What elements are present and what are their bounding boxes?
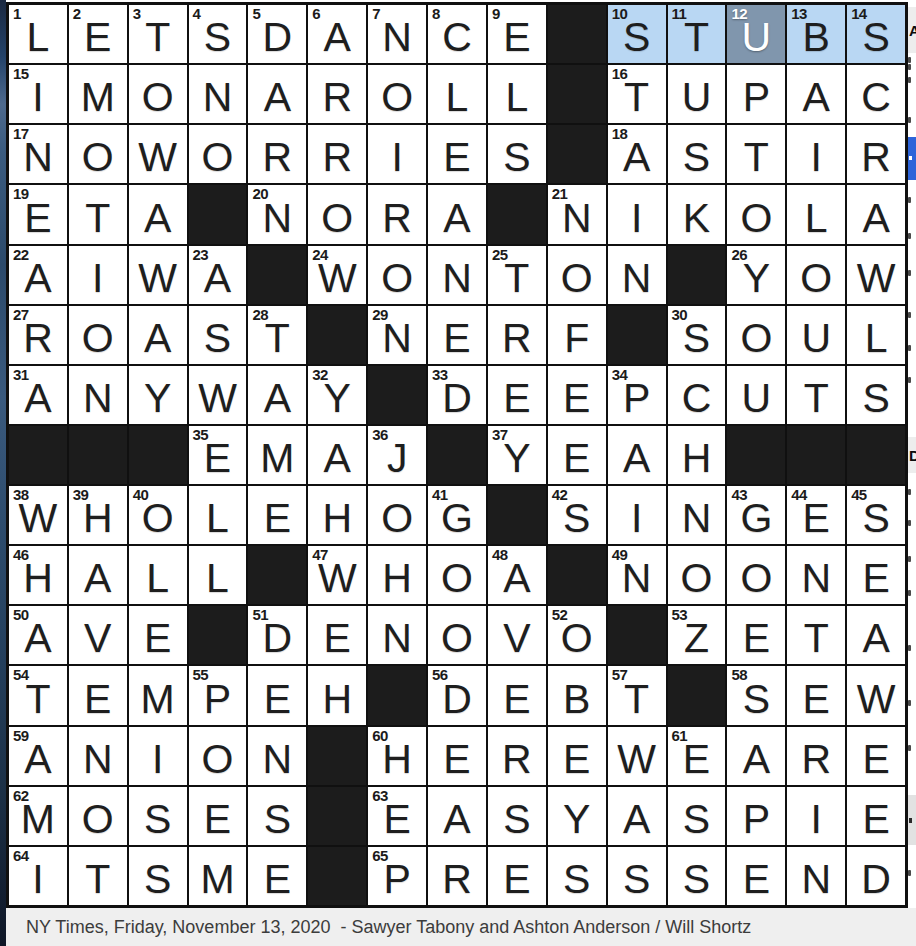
grid-cell-r4c2[interactable]: T	[69, 185, 127, 243]
grid-cell-r8c6[interactable]: A	[308, 426, 366, 484]
grid-cell-r2c4[interactable]: N	[189, 65, 247, 123]
grid-cell-r1c4[interactable]: 4S	[189, 5, 247, 63]
black-cell	[9, 426, 67, 484]
cell-letter: Y	[743, 258, 770, 304]
grid-cell-r2c3[interactable]: O	[129, 65, 187, 123]
grid-cell-r3c13[interactable]: T	[727, 125, 785, 183]
cell-number: 32	[312, 366, 328, 384]
grid-cell-r5c2[interactable]: I	[69, 246, 127, 304]
cell-letter: H	[23, 558, 53, 604]
cell-letter: M	[81, 77, 115, 123]
grid-cell-r13c4[interactable]: O	[189, 727, 247, 785]
grid-cell-r13c15[interactable]: E	[847, 727, 905, 785]
cell-letter: L	[865, 318, 888, 364]
grid-cell-r2c5[interactable]: A	[248, 65, 306, 123]
grid-cell-r10c12[interactable]: O	[668, 546, 726, 604]
grid-cell-r14c14[interactable]: I	[787, 787, 845, 845]
cell-letter: E	[503, 378, 530, 424]
grid-cell-r13c14[interactable]: R	[787, 727, 845, 785]
grid-cell-r14c10[interactable]: Y	[548, 787, 606, 845]
grid-cell-r12c8[interactable]: 56D	[428, 666, 486, 724]
grid-cell-r8c10[interactable]: E	[548, 426, 606, 484]
grid-cell-r2c1[interactable]: 15I	[9, 65, 67, 123]
cell-letter: N	[622, 558, 652, 604]
cell-number: 31	[13, 366, 29, 384]
grid-cell-r10c15[interactable]: E	[847, 546, 905, 604]
grid-cell-r6c7[interactable]: 29N	[368, 306, 426, 364]
grid-cell-r9c2[interactable]: 39H	[69, 486, 127, 544]
cell-number: 27	[13, 306, 29, 324]
grid-cell-r2c8[interactable]: L	[428, 65, 486, 123]
grid-cell-r14c7[interactable]: 63E	[368, 787, 426, 845]
grid-cell-r1c15[interactable]: 14S	[847, 5, 905, 63]
grid-cell-r7c12[interactable]: C	[668, 366, 726, 424]
cell-number: 41	[432, 486, 448, 504]
grid-cell-r1c14[interactable]: 13B	[787, 5, 845, 63]
grid-cell-r12c9[interactable]: E	[488, 666, 546, 724]
grid-cell-r4c14[interactable]: L	[787, 185, 845, 243]
grid-cell-r15c4[interactable]: M	[189, 847, 247, 905]
grid-cell-r14c13[interactable]: P	[727, 787, 785, 845]
grid-cell-r3c5[interactable]: R	[248, 125, 306, 183]
cell-letter: Y	[563, 799, 590, 845]
grid-cell-r12c4[interactable]: 55P	[189, 666, 247, 724]
grid-cell-r14c1[interactable]: 62M	[9, 787, 67, 845]
grid-cell-r7c3[interactable]: Y	[129, 366, 187, 424]
grid-cell-r9c6[interactable]: H	[308, 486, 366, 544]
grid-cell-r15c14[interactable]: N	[787, 847, 845, 905]
cell-letter: T	[804, 618, 829, 664]
grid-cell-r6c12[interactable]: 30S	[668, 306, 726, 364]
grid-cell-r5c14[interactable]: O	[787, 246, 845, 304]
grid-cell-r6c14[interactable]: U	[787, 306, 845, 364]
grid-cell-r10c9[interactable]: 48A	[488, 546, 546, 604]
cell-number: 48	[492, 546, 508, 564]
black-cell	[668, 666, 726, 724]
grid-cell-r10c3[interactable]: L	[129, 546, 187, 604]
cell-letter: N	[801, 859, 831, 905]
cell-number: 13	[791, 5, 807, 23]
grid-cell-r9c14[interactable]: 44E	[787, 486, 845, 544]
cell-letter: L	[206, 558, 229, 604]
grid-cell-r5c10[interactable]: O	[548, 246, 606, 304]
grid-cell-r5c3[interactable]: W	[129, 246, 187, 304]
grid-cell-r9c11[interactable]: I	[608, 486, 666, 544]
grid-cell-r3c8[interactable]: E	[428, 125, 486, 183]
cell-letter: S	[204, 17, 231, 63]
cell-number: 10	[612, 5, 628, 23]
grid-cell-r10c11[interactable]: 49N	[608, 546, 666, 604]
grid-cell-r1c7[interactable]: 7N	[368, 5, 426, 63]
grid-cell-r11c5[interactable]: 51D	[248, 606, 306, 664]
grid-cell-r2c15[interactable]: C	[847, 65, 905, 123]
grid-cell-r15c7[interactable]: 65P	[368, 847, 426, 905]
grid-cell-r6c4[interactable]: S	[189, 306, 247, 364]
grid-cell-r15c3[interactable]: S	[129, 847, 187, 905]
black-cell	[608, 306, 666, 364]
grid-cell-r4c10[interactable]: 21N	[548, 185, 606, 243]
cell-letter: K	[683, 198, 710, 244]
cell-letter: E	[862, 739, 889, 785]
cell-letter: E	[144, 618, 171, 664]
grid-cell-r3c7[interactable]: I	[368, 125, 426, 183]
grid-cell-r11c10[interactable]: 52O	[548, 606, 606, 664]
cell-letter: D	[442, 679, 472, 725]
grid-cell-r13c8[interactable]: E	[428, 727, 486, 785]
cell-number: 60	[372, 727, 388, 745]
cell-letter: A	[623, 137, 650, 183]
grid-cell-r14c8[interactable]: A	[428, 787, 486, 845]
grid-cell-r10c7[interactable]: H	[368, 546, 426, 604]
grid-cell-r11c6[interactable]: E	[308, 606, 366, 664]
grid-cell-r10c13[interactable]: O	[727, 546, 785, 604]
grid-cell-r5c13[interactable]: 26Y	[727, 246, 785, 304]
grid-cell-r1c2[interactable]: 2E	[69, 5, 127, 63]
grid-cell-r13c10[interactable]: E	[548, 727, 606, 785]
clue-number-fragment	[908, 64, 911, 70]
clue-number-fragment	[908, 77, 911, 83]
cell-letter: A	[803, 77, 830, 123]
grid-cell-r1c3[interactable]: 3T	[129, 5, 187, 63]
grid-cell-r4c3[interactable]: A	[129, 185, 187, 243]
grid-cell-r6c2[interactable]: O	[69, 306, 127, 364]
grid-cell-r4c11[interactable]: I	[608, 185, 666, 243]
grid-cell-r2c9[interactable]: L	[488, 65, 546, 123]
grid-cell-r4c12[interactable]: K	[668, 185, 726, 243]
grid-cell-r13c7[interactable]: 60H	[368, 727, 426, 785]
grid-cell-r3c2[interactable]: O	[69, 125, 127, 183]
grid-cell-r8c12[interactable]: H	[668, 426, 726, 484]
grid-cell-r13c1[interactable]: 59A	[9, 727, 67, 785]
grid-cell-r1c6[interactable]: 6A	[308, 5, 366, 63]
grid-cell-r14c11[interactable]: A	[608, 787, 666, 845]
grid-cell-r12c6[interactable]: H	[308, 666, 366, 724]
grid-cell-r10c2[interactable]: A	[69, 546, 127, 604]
grid-cell-r2c2[interactable]: M	[69, 65, 127, 123]
grid-cell-r7c1[interactable]: 31A	[9, 366, 67, 424]
down-header: D	[908, 437, 916, 473]
grid-cell-r5c11[interactable]: N	[608, 246, 666, 304]
grid-cell-r7c14[interactable]: T	[787, 366, 845, 424]
grid-cell-r15c9[interactable]: E	[488, 847, 546, 905]
black-cell	[548, 65, 606, 123]
grid-cell-r2c14[interactable]: A	[787, 65, 845, 123]
grid-cell-r12c1[interactable]: 54T	[9, 666, 67, 724]
grid-cell-r1c11[interactable]: 10S	[608, 5, 666, 63]
grid-cell-r12c14[interactable]: E	[787, 666, 845, 724]
cell-letter: M	[21, 799, 55, 845]
puzzle-caption-text: NY Times, Friday, November 13, 2020 - Sa…	[26, 917, 751, 938]
grid-cell-r3c1[interactable]: 17N	[9, 125, 67, 183]
grid-cell-r9c3[interactable]: 40O	[129, 486, 187, 544]
grid-cell-r8c4[interactable]: 35E	[189, 426, 247, 484]
cell-letter: N	[622, 258, 652, 304]
cell-number: 22	[13, 246, 29, 264]
grid-cell-r3c12[interactable]: S	[668, 125, 726, 183]
cell-letter: O	[561, 258, 593, 304]
grid-cell-r6c13[interactable]: O	[727, 306, 785, 364]
cell-letter: A	[862, 618, 889, 664]
grid-cell-r15c2[interactable]: T	[69, 847, 127, 905]
cell-number: 64	[13, 847, 29, 865]
cell-letter: O	[740, 558, 772, 604]
crossword-grid[interactable]: 1L2E3T4S5D6A7N8C9E10S11T12U13B14S15IMONA…	[6, 2, 908, 908]
grid-cell-r3c11[interactable]: 18A	[608, 125, 666, 183]
black-cell	[548, 125, 606, 183]
cell-letter: N	[382, 17, 412, 63]
grid-cell-r3c9[interactable]: S	[488, 125, 546, 183]
grid-cell-r3c15[interactable]: R	[847, 125, 905, 183]
grid-cell-r4c6[interactable]: O	[308, 185, 366, 243]
grid-cell-r2c13[interactable]: P	[727, 65, 785, 123]
cell-letter: T	[624, 679, 649, 725]
cell-letter: R	[382, 198, 412, 244]
cell-letter: O	[202, 739, 234, 785]
grid-cell-r12c5[interactable]: E	[248, 666, 306, 724]
cell-letter: N	[382, 618, 412, 664]
grid-cell-r5c4[interactable]: 23A	[189, 246, 247, 304]
grid-cell-r5c6[interactable]: 24W	[308, 246, 366, 304]
grid-cell-r12c3[interactable]: M	[129, 666, 187, 724]
grid-cell-r2c11[interactable]: 16T	[608, 65, 666, 123]
grid-cell-r1c13[interactable]: 12U	[727, 5, 785, 63]
grid-cell-r11c13[interactable]: E	[727, 606, 785, 664]
grid-cell-r10c1[interactable]: 46H	[9, 546, 67, 604]
grid-cell-r11c15[interactable]: A	[847, 606, 905, 664]
grid-cell-r1c8[interactable]: 8C	[428, 5, 486, 63]
grid-cell-r13c2[interactable]: N	[69, 727, 127, 785]
black-cell	[308, 727, 366, 785]
highlighted-clue-row[interactable]	[908, 795, 916, 845]
grid-cell-r14c15[interactable]: E	[847, 787, 905, 845]
cell-number: 1	[13, 5, 21, 23]
cell-letter: S	[683, 799, 710, 845]
grid-cell-r9c7[interactable]: O	[368, 486, 426, 544]
grid-cell-r6c5[interactable]: 28T	[248, 306, 306, 364]
grid-cell-r3c4[interactable]: O	[189, 125, 247, 183]
grid-cell-r10c8[interactable]: O	[428, 546, 486, 604]
grid-cell-r10c4[interactable]: L	[189, 546, 247, 604]
black-cell	[248, 246, 306, 304]
cell-number: 59	[13, 727, 29, 745]
grid-cell-r13c11[interactable]: W	[608, 727, 666, 785]
cell-letter: O	[681, 558, 713, 604]
grid-cell-r5c1[interactable]: 22A	[9, 246, 67, 304]
cell-letter: I	[92, 258, 103, 304]
grid-cell-r13c3[interactable]: I	[129, 727, 187, 785]
selected-clue-bar[interactable]	[908, 137, 916, 180]
grid-cell-r1c12[interactable]: 11T	[668, 5, 726, 63]
grid-cell-r6c1[interactable]: 27R	[9, 306, 67, 364]
grid-cell-r11c8[interactable]: O	[428, 606, 486, 664]
cell-letter: O	[381, 258, 413, 304]
grid-cell-r5c9[interactable]: 25T	[488, 246, 546, 304]
cell-letter: S	[204, 318, 231, 364]
grid-cell-r11c12[interactable]: 53Z	[668, 606, 726, 664]
grid-cell-r12c13[interactable]: 58S	[727, 666, 785, 724]
black-cell	[368, 666, 426, 724]
grid-cell-r11c1[interactable]: 50A	[9, 606, 67, 664]
cell-letter: N	[382, 318, 412, 364]
grid-cell-r15c13[interactable]: E	[727, 847, 785, 905]
cell-letter: O	[82, 137, 114, 183]
grid-cell-r2c6[interactable]: R	[308, 65, 366, 123]
grid-cell-r15c10[interactable]: S	[548, 847, 606, 905]
cell-letter: T	[25, 679, 50, 725]
grid-cell-r13c5[interactable]: N	[248, 727, 306, 785]
grid-cell-r8c7[interactable]: 36J	[368, 426, 426, 484]
grid-cell-r7c5[interactable]: A	[248, 366, 306, 424]
cell-letter: E	[503, 859, 530, 905]
cell-letter: H	[322, 498, 352, 544]
grid-cell-r15c11[interactable]: S	[608, 847, 666, 905]
grid-cell-r4c5[interactable]: 20N	[248, 185, 306, 243]
grid-cell-r8c11[interactable]: A	[608, 426, 666, 484]
grid-cell-r9c15[interactable]: 45S	[847, 486, 905, 544]
cell-letter: E	[443, 318, 470, 364]
grid-cell-r13c12[interactable]: 61E	[668, 727, 726, 785]
grid-cell-r4c7[interactable]: R	[368, 185, 426, 243]
cell-letter: I	[32, 77, 43, 123]
grid-cell-r13c13[interactable]: A	[727, 727, 785, 785]
grid-cell-r9c4[interactable]: L	[189, 486, 247, 544]
grid-cell-r4c1[interactable]: 19E	[9, 185, 67, 243]
cell-letter: A	[24, 739, 51, 785]
grid-cell-r6c15[interactable]: L	[847, 306, 905, 364]
cell-letter: C	[682, 378, 712, 424]
grid-cell-r10c6[interactable]: 47W	[308, 546, 366, 604]
grid-cell-r4c15[interactable]: A	[847, 185, 905, 243]
cell-letter: C	[861, 77, 891, 123]
cell-letter: O	[202, 137, 234, 183]
cell-number: 25	[492, 246, 508, 264]
clue-list-sliver[interactable]: AD	[908, 0, 916, 908]
clue-number-fragment	[908, 489, 911, 495]
cell-letter: A	[503, 558, 530, 604]
grid-cell-r7c9[interactable]: E	[488, 366, 546, 424]
grid-cell-r9c13[interactable]: 43G	[727, 486, 785, 544]
grid-cell-r4c13[interactable]: O	[727, 185, 785, 243]
cell-number: 19	[13, 185, 29, 203]
grid-cell-r7c10[interactable]: E	[548, 366, 606, 424]
cell-number: 52	[552, 606, 568, 624]
grid-cell-r11c7[interactable]: N	[368, 606, 426, 664]
clue-number-fragment	[908, 270, 911, 276]
grid-cell-r8c9[interactable]: 37Y	[488, 426, 546, 484]
grid-cell-r5c15[interactable]: W	[847, 246, 905, 304]
grid-cell-r7c11[interactable]: 34P	[608, 366, 666, 424]
cell-letter: P	[743, 799, 770, 845]
cell-letter: O	[800, 258, 832, 304]
cell-letter: D	[442, 378, 472, 424]
grid-cell-r13c9[interactable]: R	[488, 727, 546, 785]
cell-letter: O	[441, 618, 473, 664]
grid-cell-r6c9[interactable]: R	[488, 306, 546, 364]
cell-letter: A	[862, 198, 889, 244]
grid-cell-r6c8[interactable]: E	[428, 306, 486, 364]
grid-cell-r14c2[interactable]: O	[69, 787, 127, 845]
grid-cell-r10c14[interactable]: N	[787, 546, 845, 604]
grid-cell-r14c12[interactable]: S	[668, 787, 726, 845]
grid-cell-r7c13[interactable]: U	[727, 366, 785, 424]
grid-cell-r3c6[interactable]: R	[308, 125, 366, 183]
grid-cell-r1c5[interactable]: 5D	[248, 5, 306, 63]
grid-cell-r7c4[interactable]: W	[189, 366, 247, 424]
cell-letter: S	[563, 859, 590, 905]
grid-cell-r15c5[interactable]: E	[248, 847, 306, 905]
black-cell	[308, 787, 366, 845]
cell-letter: S	[862, 498, 889, 544]
grid-cell-r1c9[interactable]: 9E	[488, 5, 546, 63]
grid-cell-r6c3[interactable]: A	[129, 306, 187, 364]
clue-number-fragment	[908, 117, 911, 123]
grid-cell-r14c9[interactable]: S	[488, 787, 546, 845]
grid-cell-r11c3[interactable]: E	[129, 606, 187, 664]
grid-cell-r12c10[interactable]: B	[548, 666, 606, 724]
grid-cell-r12c2[interactable]: E	[69, 666, 127, 724]
grid-cell-r7c15[interactable]: S	[847, 366, 905, 424]
cell-number: 50	[13, 606, 29, 624]
black-cell	[428, 426, 486, 484]
grid-cell-r7c8[interactable]: 33D	[428, 366, 486, 424]
grid-cell-r3c3[interactable]: W	[129, 125, 187, 183]
grid-cell-r2c12[interactable]: U	[668, 65, 726, 123]
grid-cell-r14c4[interactable]: E	[189, 787, 247, 845]
grid-cell-r7c6[interactable]: 32Y	[308, 366, 366, 424]
cell-number: 34	[612, 366, 628, 384]
grid-cell-r2c7[interactable]: O	[368, 65, 426, 123]
cell-letter: N	[801, 558, 831, 604]
grid-cell-r4c8[interactable]: A	[428, 185, 486, 243]
grid-cell-r5c8[interactable]: N	[428, 246, 486, 304]
grid-cell-r14c5[interactable]: S	[248, 787, 306, 845]
grid-cell-r6c10[interactable]: F	[548, 306, 606, 364]
grid-cell-r3c14[interactable]: I	[787, 125, 845, 183]
grid-cell-r9c10[interactable]: 42S	[548, 486, 606, 544]
black-cell	[668, 246, 726, 304]
grid-cell-r12c15[interactable]: W	[847, 666, 905, 724]
cell-number: 12	[731, 5, 747, 23]
grid-cell-r9c8[interactable]: 41G	[428, 486, 486, 544]
black-cell	[787, 426, 845, 484]
black-cell	[548, 546, 606, 604]
cell-number: 40	[133, 486, 149, 504]
grid-cell-r7c2[interactable]: N	[69, 366, 127, 424]
grid-cell-r5c7[interactable]: O	[368, 246, 426, 304]
cell-letter: N	[562, 198, 592, 244]
grid-cell-r9c12[interactable]: N	[668, 486, 726, 544]
grid-cell-r15c12[interactable]: S	[668, 847, 726, 905]
grid-cell-r11c2[interactable]: V	[69, 606, 127, 664]
grid-cell-r11c14[interactable]: T	[787, 606, 845, 664]
grid-cell-r8c5[interactable]: M	[248, 426, 306, 484]
grid-cell-r9c5[interactable]: E	[248, 486, 306, 544]
grid-cell-r11c9[interactable]: V	[488, 606, 546, 664]
cell-letter: M	[141, 679, 175, 725]
cell-letter: E	[264, 679, 291, 725]
black-cell	[368, 366, 426, 424]
cell-number: 44	[791, 486, 807, 504]
grid-cell-r12c11[interactable]: 57T	[608, 666, 666, 724]
grid-cell-r14c3[interactable]: S	[129, 787, 187, 845]
cell-letter: A	[84, 558, 111, 604]
grid-cell-r9c1[interactable]: 38W	[9, 486, 67, 544]
cell-letter: A	[204, 258, 231, 304]
grid-cell-r15c15[interactable]: D	[847, 847, 905, 905]
grid-cell-r1c1[interactable]: 1L	[9, 5, 67, 63]
grid-cell-r15c1[interactable]: 64I	[9, 847, 67, 905]
grid-cell-r15c8[interactable]: R	[428, 847, 486, 905]
